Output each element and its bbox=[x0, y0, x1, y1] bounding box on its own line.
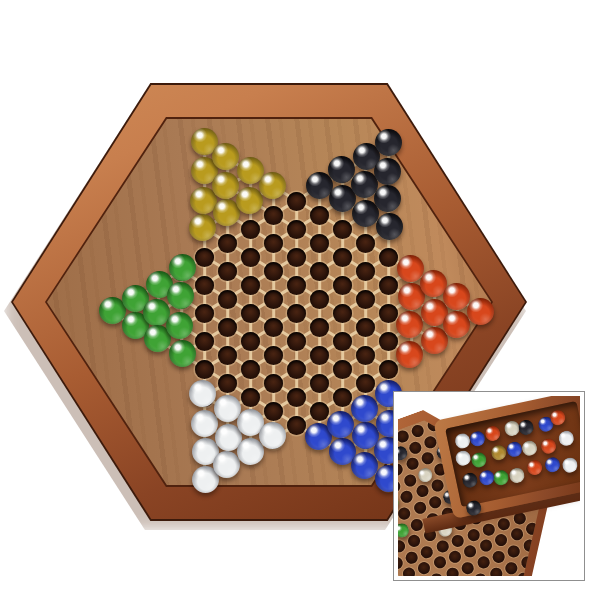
board-hole[interactable] bbox=[333, 276, 352, 295]
board-hole[interactable] bbox=[310, 346, 329, 365]
blue-marble[interactable] bbox=[544, 456, 562, 474]
black-marble[interactable] bbox=[376, 213, 403, 240]
inset-board-hole bbox=[398, 539, 407, 554]
board-hole[interactable] bbox=[287, 332, 306, 351]
board-hole[interactable] bbox=[264, 234, 283, 253]
board-hole[interactable] bbox=[333, 388, 352, 407]
inset-board-hole bbox=[417, 561, 432, 576]
white-marble[interactable] bbox=[259, 422, 286, 449]
red-marble[interactable] bbox=[443, 283, 470, 310]
board-hole[interactable] bbox=[379, 248, 398, 267]
inset-board-hole bbox=[447, 550, 462, 565]
red-marble[interactable] bbox=[484, 425, 502, 443]
board-hole[interactable] bbox=[287, 192, 306, 211]
board-hole[interactable] bbox=[195, 248, 214, 267]
inset-board-hole bbox=[478, 538, 493, 553]
board-hole[interactable] bbox=[379, 332, 398, 351]
blue-marble[interactable] bbox=[505, 440, 523, 458]
board-hole[interactable] bbox=[218, 234, 237, 253]
board-hole[interactable] bbox=[310, 318, 329, 337]
red-marble[interactable] bbox=[397, 255, 424, 282]
inset-board-hole bbox=[410, 423, 425, 438]
amber-marble[interactable] bbox=[490, 443, 508, 461]
board-hole[interactable] bbox=[287, 360, 306, 379]
board-hole[interactable] bbox=[241, 220, 260, 239]
inset-board-hole bbox=[398, 572, 401, 576]
board-hole[interactable] bbox=[333, 304, 352, 323]
black-marble[interactable] bbox=[374, 185, 401, 212]
board-hole[interactable] bbox=[241, 332, 260, 351]
clear-marble[interactable] bbox=[508, 466, 526, 484]
blue-marble[interactable] bbox=[351, 395, 378, 422]
board-hole[interactable] bbox=[333, 360, 352, 379]
inset-board-hole bbox=[496, 516, 511, 531]
yellow-marble[interactable] bbox=[259, 172, 286, 199]
red-marble[interactable] bbox=[467, 298, 494, 325]
board-hole[interactable] bbox=[333, 220, 352, 239]
red-marble[interactable] bbox=[540, 438, 558, 456]
board-hole[interactable] bbox=[310, 290, 329, 309]
board-hole[interactable] bbox=[241, 248, 260, 267]
board-hole[interactable] bbox=[241, 388, 260, 407]
inset-board-hole bbox=[491, 549, 506, 564]
board-hole[interactable] bbox=[379, 276, 398, 295]
board-hole[interactable] bbox=[356, 374, 375, 393]
inset-board-hole bbox=[476, 555, 491, 570]
inset-board-hole bbox=[419, 544, 434, 559]
board-hole[interactable] bbox=[218, 346, 237, 365]
board-hole[interactable] bbox=[356, 346, 375, 365]
board-hole[interactable] bbox=[356, 234, 375, 253]
inset-board-hole bbox=[398, 555, 404, 570]
inset-board-hole bbox=[415, 484, 430, 499]
board-hole[interactable] bbox=[287, 416, 306, 435]
inset-board-hole bbox=[408, 440, 423, 455]
board-hole[interactable] bbox=[310, 262, 329, 281]
board-hole[interactable] bbox=[356, 262, 375, 281]
inset-board-hole bbox=[463, 544, 478, 559]
board-hole[interactable] bbox=[356, 318, 375, 337]
board-hole[interactable] bbox=[310, 206, 329, 225]
board-hole[interactable] bbox=[241, 304, 260, 323]
board-hole[interactable] bbox=[264, 318, 283, 337]
board-hole[interactable] bbox=[195, 276, 214, 295]
blue-marble[interactable] bbox=[351, 452, 378, 479]
board-hole[interactable] bbox=[264, 402, 283, 421]
inset-board-hole bbox=[412, 500, 427, 515]
board-hole[interactable] bbox=[264, 290, 283, 309]
yellow-marble[interactable] bbox=[236, 187, 263, 214]
inset-board-hole bbox=[402, 473, 417, 488]
green-marble[interactable] bbox=[169, 340, 196, 367]
inset-clip bbox=[398, 396, 580, 576]
inset-photo bbox=[393, 391, 585, 581]
clear-marble[interactable] bbox=[520, 440, 538, 458]
board-hole[interactable] bbox=[241, 276, 260, 295]
inset-board-hole bbox=[506, 544, 521, 559]
board-hole[interactable] bbox=[379, 360, 398, 379]
product-photo bbox=[0, 0, 600, 600]
red-marble[interactable] bbox=[525, 459, 543, 477]
inset-board-hole bbox=[399, 489, 414, 504]
white-marble[interactable] bbox=[561, 456, 579, 474]
inset-board-hole bbox=[488, 566, 503, 576]
inset-board-hole bbox=[420, 451, 435, 466]
inset-board-hole bbox=[445, 566, 460, 576]
black-marble[interactable] bbox=[517, 419, 535, 437]
board-hole[interactable] bbox=[195, 360, 214, 379]
inset-board-hole bbox=[404, 550, 419, 565]
board-hole[interactable] bbox=[333, 332, 352, 351]
white-marble[interactable] bbox=[454, 450, 472, 468]
white-marble[interactable] bbox=[557, 429, 575, 447]
green-marble[interactable] bbox=[470, 451, 488, 469]
board-hole[interactable] bbox=[310, 374, 329, 393]
inset-board-hole bbox=[432, 555, 447, 570]
inset-board-hole bbox=[466, 527, 481, 542]
board-hole[interactable] bbox=[310, 402, 329, 421]
yellow-marble[interactable] bbox=[212, 143, 239, 170]
inset-board-hole bbox=[398, 462, 405, 477]
board-hole[interactable] bbox=[356, 290, 375, 309]
inset-board-hole bbox=[398, 429, 410, 444]
board-hole[interactable] bbox=[379, 304, 398, 323]
inset-board-hole bbox=[450, 533, 465, 548]
board-hole[interactable] bbox=[310, 234, 329, 253]
board-hole[interactable] bbox=[287, 276, 306, 295]
inset-board-hole bbox=[481, 522, 496, 537]
board-hole[interactable] bbox=[264, 374, 283, 393]
black-marble[interactable] bbox=[461, 471, 479, 489]
board-hole[interactable] bbox=[264, 346, 283, 365]
board-hole[interactable] bbox=[218, 374, 237, 393]
board-hole[interactable] bbox=[287, 220, 306, 239]
white-marble[interactable] bbox=[213, 451, 240, 478]
inset-board-hole bbox=[429, 572, 444, 576]
board-hole[interactable] bbox=[287, 248, 306, 267]
blue-marble[interactable] bbox=[468, 430, 486, 448]
inset-board-hole bbox=[405, 456, 420, 471]
inset-board-hole bbox=[401, 566, 416, 576]
green-marble[interactable] bbox=[169, 254, 196, 281]
board-hole[interactable] bbox=[218, 318, 237, 337]
board-hole[interactable] bbox=[287, 304, 306, 323]
inset-board-hole bbox=[473, 571, 488, 576]
white-marble[interactable] bbox=[454, 432, 472, 450]
board-hole[interactable] bbox=[333, 248, 352, 267]
green-marble[interactable] bbox=[492, 469, 510, 487]
inset-board-hole bbox=[430, 478, 445, 493]
inset-board-hole bbox=[494, 533, 509, 548]
board-hole[interactable] bbox=[264, 206, 283, 225]
board-hole[interactable] bbox=[218, 290, 237, 309]
inset-board-hole bbox=[460, 560, 475, 575]
board-hole[interactable] bbox=[195, 304, 214, 323]
blue-marble[interactable] bbox=[327, 411, 354, 438]
inset-board-hole bbox=[504, 560, 519, 575]
inset-board-hole bbox=[427, 495, 442, 510]
inset-board-hole bbox=[407, 533, 422, 548]
board-hole[interactable] bbox=[287, 388, 306, 407]
board-hole[interactable] bbox=[195, 332, 214, 351]
black-marble[interactable] bbox=[374, 158, 401, 185]
board-hole[interactable] bbox=[264, 262, 283, 281]
board-hole[interactable] bbox=[218, 262, 237, 281]
inset-board-hole bbox=[532, 565, 547, 576]
inset-board-hole bbox=[398, 506, 412, 521]
inset-board-hole bbox=[509, 527, 524, 542]
inset-board-hole bbox=[435, 539, 450, 554]
board-hole[interactable] bbox=[241, 360, 260, 379]
